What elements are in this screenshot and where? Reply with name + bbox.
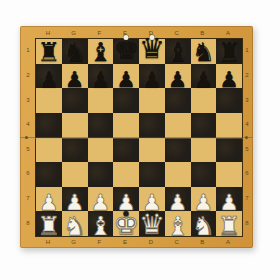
square-f5[interactable] — [88, 138, 114, 163]
rank-label-left-4: 4 — [23, 121, 33, 127]
rank-label-right-8: 8 — [242, 220, 252, 226]
square-c5[interactable] — [165, 138, 191, 163]
square-f1[interactable]: ♝ — [88, 39, 114, 64]
piece-black-queen-d1[interactable]: ♛ — [139, 34, 165, 63]
rank-label-left-2: 2 — [23, 72, 33, 78]
piece-white-king-e8[interactable]: ♚ — [113, 210, 139, 239]
piece-black-king-e1[interactable]: ♚ — [113, 34, 139, 63]
chess-set-photo: ♜♞♝♚♛♝♞♜♟♟♟♟♟♟♟♟♟♟♟♟♟♟♟♟♜♞♝♚♛♝♞♜ HGFEDCB… — [0, 0, 280, 280]
square-b7[interactable]: ♟ — [191, 187, 217, 212]
hinge-dot-left — [25, 136, 28, 139]
square-g6[interactable] — [62, 162, 88, 187]
square-a4[interactable] — [216, 113, 242, 138]
file-label-top-F: F — [87, 30, 113, 36]
square-c8[interactable]: ♝ — [165, 211, 191, 236]
square-d4[interactable] — [139, 113, 165, 138]
square-a8[interactable]: ♜ — [216, 211, 242, 236]
piece-black-pawn-f2[interactable]: ♟ — [91, 69, 111, 91]
square-b4[interactable] — [191, 113, 217, 138]
piece-black-pawn-h2[interactable]: ♟ — [39, 69, 59, 91]
square-g8[interactable]: ♞ — [62, 211, 88, 236]
square-b8[interactable]: ♞ — [191, 211, 217, 236]
rank-label-left-5: 5 — [23, 146, 33, 152]
square-g5[interactable] — [62, 138, 88, 163]
square-h2[interactable]: ♟ — [36, 64, 62, 89]
piece-black-rook-h1[interactable]: ♜ — [37, 39, 60, 65]
piece-black-pawn-e2[interactable]: ♟ — [116, 69, 136, 91]
square-f7[interactable]: ♟ — [88, 187, 114, 212]
square-a6[interactable] — [216, 162, 242, 187]
white-royal-finial-d8 — [149, 211, 154, 216]
file-label-top-B: B — [190, 30, 216, 36]
rank-label-right-1: 1 — [242, 47, 252, 53]
square-f8[interactable]: ♝ — [88, 211, 114, 236]
rank-label-right-3: 3 — [242, 97, 252, 103]
square-h8[interactable]: ♜ — [36, 211, 62, 236]
square-a5[interactable] — [216, 138, 242, 163]
piece-white-queen-d8[interactable]: ♛ — [139, 210, 165, 239]
square-f2[interactable]: ♟ — [88, 64, 114, 89]
square-a2[interactable]: ♟ — [216, 64, 242, 89]
rank-label-right-6: 6 — [242, 170, 252, 176]
piece-black-rook-a1[interactable]: ♜ — [217, 39, 240, 65]
piece-white-knight-b8[interactable]: ♞ — [192, 213, 215, 239]
piece-black-pawn-a2[interactable]: ♟ — [219, 69, 239, 91]
file-label-top-G: G — [61, 30, 87, 36]
rank-label-left-8: 8 — [23, 220, 33, 226]
piece-white-bishop-c8[interactable]: ♝ — [166, 213, 189, 239]
file-label-top-A: A — [215, 30, 241, 36]
rank-label-right-2: 2 — [242, 72, 252, 78]
rank-label-left-6: 6 — [23, 170, 33, 176]
square-c4[interactable] — [165, 113, 191, 138]
square-e6[interactable] — [113, 162, 139, 187]
piece-white-rook-a8[interactable]: ♜ — [217, 213, 240, 239]
piece-white-bishop-f8[interactable]: ♝ — [89, 213, 112, 239]
board-fold-seam — [20, 137, 253, 139]
square-c6[interactable] — [165, 162, 191, 187]
file-label-top-C: C — [164, 30, 190, 36]
square-d1[interactable]: ♛ — [139, 39, 165, 64]
hinge-dot-right — [245, 136, 248, 139]
piece-black-knight-b1[interactable]: ♞ — [192, 39, 215, 65]
square-e4[interactable] — [113, 113, 139, 138]
square-c1[interactable]: ♝ — [165, 39, 191, 64]
file-label-top-H: H — [35, 30, 61, 36]
square-e8[interactable]: ♚ — [113, 211, 139, 236]
square-g4[interactable] — [62, 113, 88, 138]
piece-black-bishop-f1[interactable]: ♝ — [89, 39, 112, 65]
piece-black-knight-g1[interactable]: ♞ — [63, 39, 86, 65]
piece-black-pawn-b2[interactable]: ♟ — [194, 69, 214, 91]
rank-label-right-4: 4 — [242, 121, 252, 127]
square-b2[interactable]: ♟ — [191, 64, 217, 89]
square-h7[interactable]: ♟ — [36, 187, 62, 212]
square-b6[interactable] — [191, 162, 217, 187]
square-e5[interactable] — [113, 138, 139, 163]
square-a7[interactable]: ♟ — [216, 187, 242, 212]
square-c2[interactable]: ♟ — [165, 64, 191, 89]
square-d5[interactable] — [139, 138, 165, 163]
piece-black-pawn-c2[interactable]: ♟ — [168, 69, 188, 91]
rank-label-left-3: 3 — [23, 97, 33, 103]
square-e2[interactable]: ♟ — [113, 64, 139, 89]
square-h5[interactable] — [36, 138, 62, 163]
square-h6[interactable] — [36, 162, 62, 187]
rank-label-right-5: 5 — [242, 146, 252, 152]
square-g7[interactable]: ♟ — [62, 187, 88, 212]
rank-label-left-1: 1 — [23, 47, 33, 53]
black-royal-finial-e1 — [124, 35, 129, 40]
square-d6[interactable] — [139, 162, 165, 187]
piece-white-rook-h8[interactable]: ♜ — [37, 213, 60, 239]
piece-black-bishop-c1[interactable]: ♝ — [166, 39, 189, 65]
square-g2[interactable]: ♟ — [62, 64, 88, 89]
piece-black-pawn-g2[interactable]: ♟ — [65, 69, 85, 91]
square-d8[interactable]: ♛ — [139, 211, 165, 236]
rank-label-right-7: 7 — [242, 195, 252, 201]
square-h1[interactable]: ♜ — [36, 39, 62, 64]
square-d2[interactable]: ♟ — [139, 64, 165, 89]
square-f4[interactable] — [88, 113, 114, 138]
piece-white-knight-g8[interactable]: ♞ — [63, 213, 86, 239]
square-h4[interactable] — [36, 113, 62, 138]
piece-black-pawn-d2[interactable]: ♟ — [142, 69, 162, 91]
rank-label-left-7: 7 — [23, 195, 33, 201]
chess-board: ♜♞♝♚♛♝♞♜♟♟♟♟♟♟♟♟♟♟♟♟♟♟♟♟♜♞♝♚♛♝♞♜ HGFEDCB… — [20, 26, 253, 248]
square-b5[interactable] — [191, 138, 217, 163]
black-royal-finial-d1 — [149, 35, 154, 40]
white-royal-finial-e8 — [124, 211, 129, 216]
square-c7[interactable]: ♟ — [165, 187, 191, 212]
square-b1[interactable]: ♞ — [191, 39, 217, 64]
square-e1[interactable]: ♚ — [113, 39, 139, 64]
square-a1[interactable]: ♜ — [216, 39, 242, 64]
square-f6[interactable] — [88, 162, 114, 187]
square-g1[interactable]: ♞ — [62, 39, 88, 64]
